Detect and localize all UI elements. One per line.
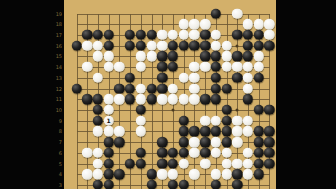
row-coordinate-label: 11 <box>0 96 62 102</box>
black-stone[interactable] <box>114 137 124 147</box>
black-stone[interactable] <box>211 51 221 61</box>
white-stone[interactable] <box>232 8 242 18</box>
black-stone[interactable] <box>221 126 231 136</box>
white-stone[interactable] <box>211 148 221 158</box>
black-stone[interactable] <box>232 180 242 189</box>
black-stone[interactable] <box>254 169 264 179</box>
white-stone[interactable] <box>200 19 210 29</box>
black-stone[interactable] <box>200 94 210 104</box>
black-stone[interactable] <box>211 62 221 72</box>
row-coordinate-label: 3 <box>0 182 62 188</box>
black-stone[interactable] <box>136 30 146 40</box>
white-stone[interactable] <box>189 94 199 104</box>
white-stone[interactable] <box>232 137 242 147</box>
white-stone[interactable] <box>189 19 199 29</box>
white-stone[interactable] <box>200 115 210 125</box>
black-stone[interactable] <box>93 94 103 104</box>
black-stone[interactable] <box>136 40 146 50</box>
white-stone[interactable] <box>93 169 103 179</box>
last-move-number-label: 1 <box>103 115 113 125</box>
star-point <box>236 44 239 47</box>
white-stone[interactable] <box>114 126 124 136</box>
white-stone[interactable] <box>103 126 113 136</box>
white-stone[interactable] <box>221 169 231 179</box>
black-stone[interactable] <box>114 83 124 93</box>
black-stone[interactable] <box>93 30 103 40</box>
white-stone[interactable] <box>136 115 146 125</box>
white-stone[interactable] <box>232 158 242 168</box>
black-stone[interactable] <box>136 158 146 168</box>
black-stone[interactable] <box>189 40 199 50</box>
row-coordinate-label: 17 <box>0 32 62 38</box>
white-stone[interactable] <box>254 19 264 29</box>
black-stone[interactable] <box>200 51 210 61</box>
white-stone[interactable] <box>211 30 221 40</box>
black-stone[interactable] <box>168 158 178 168</box>
black-stone[interactable] <box>254 105 264 115</box>
black-stone[interactable] <box>254 126 264 136</box>
white-stone[interactable] <box>189 169 199 179</box>
white-stone[interactable] <box>103 94 113 104</box>
black-stone[interactable] <box>221 137 231 147</box>
black-stone[interactable] <box>103 180 113 189</box>
black-stone[interactable] <box>93 180 103 189</box>
white-stone[interactable] <box>221 158 231 168</box>
black-stone[interactable] <box>189 126 199 136</box>
black-stone[interactable] <box>82 94 92 104</box>
black-stone[interactable] <box>254 40 264 50</box>
row-coordinate-label: 9 <box>0 118 62 124</box>
black-stone[interactable] <box>211 180 221 189</box>
black-stone[interactable] <box>93 115 103 125</box>
row-coordinate-label: 14 <box>0 64 62 70</box>
black-stone[interactable] <box>264 126 274 136</box>
black-stone[interactable] <box>136 148 146 158</box>
black-stone[interactable] <box>254 148 264 158</box>
black-stone[interactable] <box>211 126 221 136</box>
white-stone[interactable] <box>136 94 146 104</box>
white-stone[interactable] <box>146 40 156 50</box>
white-stone[interactable] <box>157 40 167 50</box>
black-stone[interactable] <box>146 180 156 189</box>
black-stone[interactable] <box>254 73 264 83</box>
black-stone[interactable] <box>125 94 135 104</box>
black-stone[interactable] <box>200 137 210 147</box>
white-stone[interactable] <box>243 158 253 168</box>
white-stone[interactable] <box>178 158 188 168</box>
black-stone[interactable] <box>71 40 81 50</box>
white-stone[interactable] <box>243 62 253 72</box>
black-stone[interactable] <box>125 158 135 168</box>
black-stone[interactable] <box>243 40 253 50</box>
white-stone[interactable] <box>189 73 199 83</box>
black-stone[interactable] <box>125 30 135 40</box>
white-stone[interactable] <box>93 126 103 136</box>
white-stone[interactable] <box>243 169 253 179</box>
row-coordinate-label: 8 <box>0 128 62 134</box>
black-stone[interactable] <box>232 51 242 61</box>
black-stone[interactable] <box>211 83 221 93</box>
white-stone[interactable] <box>243 126 253 136</box>
row-coordinate-label: 16 <box>0 43 62 49</box>
row-coordinate-label: 6 <box>0 150 62 156</box>
black-stone[interactable] <box>178 126 188 136</box>
black-stone[interactable] <box>103 40 113 50</box>
row-coordinate-label: 13 <box>0 75 62 81</box>
star-point <box>236 108 239 111</box>
black-stone[interactable] <box>146 83 156 93</box>
white-stone[interactable] <box>103 62 113 72</box>
black-stone[interactable] <box>221 105 231 115</box>
row-coordinate-label: 10 <box>0 107 62 113</box>
white-stone[interactable] <box>157 169 167 179</box>
white-stone[interactable] <box>103 51 113 61</box>
white-stone[interactable] <box>168 83 178 93</box>
black-stone[interactable] <box>157 148 167 158</box>
black-stone[interactable] <box>254 137 264 147</box>
black-stone[interactable] <box>103 169 113 179</box>
white-stone[interactable] <box>82 62 92 72</box>
black-stone[interactable] <box>71 83 81 93</box>
black-stone[interactable] <box>254 158 264 168</box>
row-coordinate-label: 19 <box>0 11 62 17</box>
white-stone[interactable] <box>146 51 156 61</box>
white-stone[interactable] <box>254 62 264 72</box>
black-stone[interactable] <box>157 83 167 93</box>
white-stone[interactable] <box>189 83 199 93</box>
white-stone[interactable] <box>114 62 124 72</box>
white-stone[interactable] <box>103 105 113 115</box>
white-stone[interactable] <box>189 62 199 72</box>
black-stone[interactable] <box>136 105 146 115</box>
white-stone[interactable] <box>93 51 103 61</box>
black-stone[interactable] <box>178 137 188 147</box>
row-coordinate-label: 4 <box>0 171 62 177</box>
white-stone[interactable] <box>93 40 103 50</box>
white-stone[interactable] <box>189 148 199 158</box>
black-stone[interactable] <box>125 40 135 50</box>
row-coordinate-label: 18 <box>0 21 62 27</box>
white-stone[interactable] <box>211 40 221 50</box>
white-stone[interactable] <box>93 158 103 168</box>
black-stone[interactable] <box>157 137 167 147</box>
black-stone[interactable] <box>200 40 210 50</box>
black-stone[interactable] <box>178 115 188 125</box>
black-stone[interactable] <box>157 73 167 83</box>
black-stone[interactable] <box>221 115 231 125</box>
black-stone[interactable] <box>264 158 274 168</box>
white-stone[interactable] <box>254 51 264 61</box>
black-stone[interactable] <box>146 94 156 104</box>
black-stone[interactable] <box>146 30 156 40</box>
black-stone[interactable] <box>103 148 113 158</box>
black-stone[interactable] <box>157 158 167 168</box>
black-stone[interactable] <box>211 8 221 18</box>
black-stone[interactable] <box>168 180 178 189</box>
white-stone[interactable] <box>178 19 188 29</box>
black-stone[interactable] <box>211 94 221 104</box>
white-stone[interactable] <box>82 148 92 158</box>
black-stone[interactable] <box>168 40 178 50</box>
black-stone[interactable] <box>82 30 92 40</box>
black-stone[interactable] <box>103 30 113 40</box>
white-stone[interactable] <box>168 94 178 104</box>
white-stone[interactable] <box>168 169 178 179</box>
white-stone[interactable] <box>211 115 221 125</box>
black-stone[interactable] <box>125 73 135 83</box>
black-stone[interactable] <box>243 51 253 61</box>
black-stone[interactable] <box>114 169 124 179</box>
white-stone[interactable] <box>136 126 146 136</box>
white-stone[interactable] <box>243 83 253 93</box>
white-stone[interactable] <box>178 94 188 104</box>
white-stone[interactable] <box>221 62 231 72</box>
white-stone[interactable] <box>189 137 199 147</box>
white-stone[interactable] <box>136 62 146 72</box>
black-stone[interactable] <box>221 83 231 93</box>
black-stone[interactable] <box>178 180 188 189</box>
black-stone[interactable] <box>264 105 274 115</box>
white-stone[interactable] <box>178 30 188 40</box>
black-stone[interactable] <box>211 73 221 83</box>
white-stone[interactable] <box>264 30 274 40</box>
white-stone[interactable] <box>243 148 253 158</box>
white-stone[interactable] <box>200 62 210 72</box>
black-stone[interactable] <box>103 158 113 168</box>
black-stone[interactable] <box>200 30 210 40</box>
white-stone[interactable] <box>243 115 253 125</box>
black-stone[interactable] <box>243 94 253 104</box>
black-stone[interactable] <box>168 62 178 72</box>
white-stone[interactable] <box>136 83 146 93</box>
black-stone[interactable] <box>93 105 103 115</box>
white-stone[interactable] <box>136 51 146 61</box>
white-stone[interactable] <box>168 30 178 40</box>
row-coordinate-label: 7 <box>0 139 62 145</box>
white-stone[interactable] <box>232 62 242 72</box>
white-stone[interactable] <box>232 126 242 136</box>
black-stone[interactable] <box>168 148 178 158</box>
black-stone[interactable] <box>243 30 253 40</box>
black-stone[interactable] <box>146 169 156 179</box>
grid-line-horizontal <box>77 24 271 25</box>
black-stone[interactable] <box>157 62 167 72</box>
star-point <box>171 108 174 111</box>
white-stone[interactable] <box>157 94 167 104</box>
white-stone[interactable] <box>93 73 103 83</box>
black-stone[interactable] <box>264 148 274 158</box>
black-stone[interactable] <box>264 40 274 50</box>
right-pillarbox-bar <box>276 0 336 189</box>
white-stone[interactable] <box>221 51 231 61</box>
black-stone[interactable] <box>232 30 242 40</box>
row-coordinate-label: 15 <box>0 53 62 59</box>
white-stone[interactable] <box>82 40 92 50</box>
row-coordinate-label: 5 <box>0 161 62 167</box>
black-stone[interactable] <box>168 51 178 61</box>
white-stone[interactable] <box>221 40 231 50</box>
row-coordinate-label: 12 <box>0 86 62 92</box>
black-stone[interactable] <box>200 126 210 136</box>
white-stone[interactable] <box>211 137 221 147</box>
black-stone[interactable] <box>200 148 210 158</box>
black-stone[interactable] <box>254 30 264 40</box>
white-stone[interactable] <box>114 94 124 104</box>
white-stone[interactable] <box>157 30 167 40</box>
black-stone[interactable] <box>178 40 188 50</box>
white-stone[interactable] <box>243 19 253 29</box>
white-stone[interactable] <box>200 158 210 168</box>
white-stone[interactable]: 1 <box>103 115 113 125</box>
black-stone[interactable] <box>264 137 274 147</box>
white-stone[interactable] <box>178 73 188 83</box>
black-stone[interactable] <box>157 51 167 61</box>
white-stone[interactable] <box>189 30 199 40</box>
white-stone[interactable] <box>243 73 253 83</box>
app-screen: 1 191817161514131211109876543 <box>0 0 336 189</box>
white-stone[interactable] <box>93 148 103 158</box>
white-stone[interactable] <box>211 169 221 179</box>
black-stone[interactable] <box>232 73 242 83</box>
white-stone[interactable] <box>232 115 242 125</box>
black-stone[interactable] <box>232 169 242 179</box>
black-stone[interactable] <box>103 137 113 147</box>
black-stone[interactable] <box>178 148 188 158</box>
go-board[interactable]: 1 <box>64 0 276 189</box>
white-stone[interactable] <box>82 169 92 179</box>
white-stone[interactable] <box>264 19 274 29</box>
black-stone[interactable] <box>125 83 135 93</box>
white-stone[interactable] <box>221 148 231 158</box>
